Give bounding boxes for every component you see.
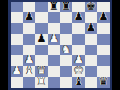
square-f1[interactable]: ♝: [72, 77, 84, 88]
square-h3[interactable]: [97, 55, 109, 66]
piece-white-pawn[interactable]: ♟: [24, 55, 34, 65]
piece-white-pawn[interactable]: ♟: [12, 66, 22, 76]
piece-black-bishop[interactable]: ♝: [74, 77, 84, 87]
piece-white-king[interactable]: ♚: [74, 66, 84, 76]
square-e8[interactable]: ♜: [60, 2, 72, 13]
square-g2[interactable]: [85, 66, 97, 77]
square-h6[interactable]: [97, 23, 109, 34]
square-g7[interactable]: [85, 12, 97, 23]
piece-black-king[interactable]: ♚: [86, 2, 96, 12]
square-e1[interactable]: [60, 77, 72, 88]
square-g5[interactable]: [85, 34, 97, 45]
square-c1[interactable]: ♜: [35, 77, 47, 88]
square-a1[interactable]: [11, 77, 23, 88]
square-e6[interactable]: [60, 23, 72, 34]
square-a3[interactable]: [11, 55, 23, 66]
chess-board: ♜♜♚♟♟♟♟♟♟♞♟♟♟♝♛♚♜♝♛: [11, 2, 110, 88]
square-h4[interactable]: [97, 45, 109, 56]
square-c2[interactable]: ♛: [35, 66, 47, 77]
square-c8[interactable]: [35, 2, 47, 13]
square-e7[interactable]: [60, 12, 72, 23]
square-c4[interactable]: [35, 45, 47, 56]
square-g4[interactable]: [85, 45, 97, 56]
piece-white-bishop[interactable]: ♝: [24, 66, 34, 76]
square-g6[interactable]: ♟: [85, 23, 97, 34]
square-b7[interactable]: ♟: [23, 12, 35, 23]
square-f2[interactable]: ♚: [72, 66, 84, 77]
piece-white-knight[interactable]: ♞: [61, 45, 71, 55]
square-a4[interactable]: [11, 45, 23, 56]
square-g3[interactable]: [85, 55, 97, 66]
square-d3[interactable]: [48, 55, 60, 66]
square-f7[interactable]: ♟: [72, 12, 84, 23]
square-a5[interactable]: [11, 34, 23, 45]
piece-black-pawn[interactable]: ♟: [24, 12, 34, 22]
square-b8[interactable]: [23, 2, 35, 13]
square-f6[interactable]: [72, 23, 84, 34]
square-b1[interactable]: [23, 77, 35, 88]
piece-black-pawn[interactable]: ♟: [86, 23, 96, 33]
square-e5[interactable]: [60, 34, 72, 45]
square-a8[interactable]: [11, 2, 23, 13]
square-f4[interactable]: [72, 45, 84, 56]
video-letterbox-stage: ♜♜♚♟♟♟♟♟♟♞♟♟♟♝♛♚♜♝♛: [0, 0, 120, 90]
square-b2[interactable]: ♝: [23, 66, 35, 77]
piece-white-pawn[interactable]: ♟: [49, 34, 59, 44]
piece-black-pawn[interactable]: ♟: [98, 12, 108, 22]
square-c5[interactable]: ♟: [35, 34, 47, 45]
square-d8[interactable]: ♜: [48, 2, 60, 13]
square-d2[interactable]: [48, 66, 60, 77]
square-b6[interactable]: [23, 23, 35, 34]
square-h2[interactable]: [97, 66, 109, 77]
square-h5[interactable]: [97, 34, 109, 45]
square-d4[interactable]: [48, 45, 60, 56]
piece-black-rook[interactable]: ♜: [49, 2, 59, 12]
square-f3[interactable]: ♟: [72, 55, 84, 66]
square-f8[interactable]: [72, 2, 84, 13]
piece-white-queen[interactable]: ♛: [37, 66, 47, 76]
square-d5[interactable]: ♟: [48, 34, 60, 45]
square-c6[interactable]: [35, 23, 47, 34]
square-h8[interactable]: [97, 2, 109, 13]
square-b3[interactable]: ♟: [23, 55, 35, 66]
square-a7[interactable]: [11, 12, 23, 23]
square-h1[interactable]: ♛: [97, 77, 109, 88]
square-a6[interactable]: [11, 23, 23, 34]
square-d1[interactable]: [48, 77, 60, 88]
piece-black-pawn[interactable]: ♟: [37, 34, 47, 44]
piece-black-queen[interactable]: ♛: [98, 77, 108, 87]
piece-white-pawn[interactable]: ♟: [74, 55, 84, 65]
square-e2[interactable]: [60, 66, 72, 77]
square-a2[interactable]: ♟: [11, 66, 23, 77]
piece-white-rook[interactable]: ♜: [37, 77, 47, 87]
chess-board-frame: ♜♜♚♟♟♟♟♟♟♞♟♟♟♝♛♚♜♝♛: [8, 0, 112, 90]
square-b4[interactable]: [23, 45, 35, 56]
square-d6[interactable]: [48, 23, 60, 34]
square-c7[interactable]: [35, 12, 47, 23]
square-h7[interactable]: ♟: [97, 12, 109, 23]
square-f5[interactable]: [72, 34, 84, 45]
piece-black-rook[interactable]: ♜: [61, 2, 71, 12]
square-e4[interactable]: ♞: [60, 45, 72, 56]
square-g8[interactable]: ♚: [85, 2, 97, 13]
square-g1[interactable]: [85, 77, 97, 88]
piece-black-pawn[interactable]: ♟: [74, 12, 84, 22]
square-d7[interactable]: [48, 12, 60, 23]
square-e3[interactable]: [60, 55, 72, 66]
square-c3[interactable]: [35, 55, 47, 66]
square-b5[interactable]: [23, 34, 35, 45]
